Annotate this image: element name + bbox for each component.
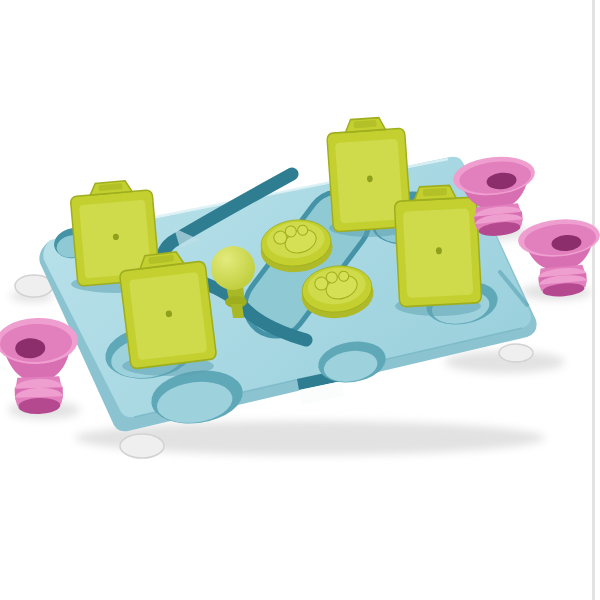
suction-foot-right — [499, 344, 533, 362]
scene — [0, 0, 600, 600]
suction-foot-front — [120, 434, 164, 458]
image-right-edge-line — [592, 0, 595, 600]
product-photo — [0, 0, 600, 600]
flap-mid-right — [394, 184, 482, 307]
